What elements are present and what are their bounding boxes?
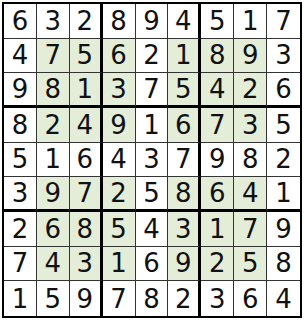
cell-r5c6: 7 bbox=[168, 143, 201, 178]
cell-r9c3: 9 bbox=[70, 281, 103, 316]
cell-r6c8: 4 bbox=[234, 177, 267, 212]
cell-r4c2: 2 bbox=[37, 108, 70, 143]
cell-r1c4: 8 bbox=[103, 4, 136, 39]
cell-r7c1: 2 bbox=[4, 212, 37, 247]
cell-r4c9: 5 bbox=[267, 108, 300, 143]
cell-r7c4: 5 bbox=[103, 212, 136, 247]
cell-r4c4: 9 bbox=[103, 108, 136, 143]
cell-r2c9: 3 bbox=[267, 39, 300, 74]
cell-r2c5: 2 bbox=[136, 39, 169, 74]
cell-r4c3: 4 bbox=[70, 108, 103, 143]
cell-r9c6: 2 bbox=[168, 281, 201, 316]
cell-r1c9: 7 bbox=[267, 4, 300, 39]
cell-r4c1: 8 bbox=[4, 108, 37, 143]
cell-r6c9: 1 bbox=[267, 177, 300, 212]
cell-r7c5: 4 bbox=[136, 212, 169, 247]
cell-r8c9: 8 bbox=[267, 247, 300, 282]
cell-r9c1: 1 bbox=[4, 281, 37, 316]
cell-r1c5: 9 bbox=[136, 4, 169, 39]
cell-r9c8: 6 bbox=[234, 281, 267, 316]
cell-r2c8: 9 bbox=[234, 39, 267, 74]
cell-r2c7: 8 bbox=[201, 39, 234, 74]
cell-r5c7: 9 bbox=[201, 143, 234, 178]
cell-r6c6: 8 bbox=[168, 177, 201, 212]
cell-r3c6: 5 bbox=[168, 73, 201, 108]
cell-r8c4: 1 bbox=[103, 247, 136, 282]
cell-r3c5: 7 bbox=[136, 73, 169, 108]
cell-r1c8: 1 bbox=[234, 4, 267, 39]
cell-r8c6: 9 bbox=[168, 247, 201, 282]
cell-r9c4: 7 bbox=[103, 281, 136, 316]
cell-r6c4: 2 bbox=[103, 177, 136, 212]
cell-r3c4: 3 bbox=[103, 73, 136, 108]
cell-r8c8: 5 bbox=[234, 247, 267, 282]
cell-r8c2: 4 bbox=[37, 247, 70, 282]
cell-r4c6: 6 bbox=[168, 108, 201, 143]
cell-r6c5: 5 bbox=[136, 177, 169, 212]
cell-r2c3: 5 bbox=[70, 39, 103, 74]
cell-r9c9: 4 bbox=[267, 281, 300, 316]
cell-r1c7: 5 bbox=[201, 4, 234, 39]
cell-r5c1: 5 bbox=[4, 143, 37, 178]
cell-r2c1: 4 bbox=[4, 39, 37, 74]
cell-r3c2: 8 bbox=[37, 73, 70, 108]
cell-r5c4: 4 bbox=[103, 143, 136, 178]
cell-r6c2: 9 bbox=[37, 177, 70, 212]
cell-r1c2: 3 bbox=[37, 4, 70, 39]
cell-r9c2: 5 bbox=[37, 281, 70, 316]
cell-r5c3: 6 bbox=[70, 143, 103, 178]
cell-r5c9: 2 bbox=[267, 143, 300, 178]
cell-r8c7: 2 bbox=[201, 247, 234, 282]
cell-r9c5: 8 bbox=[136, 281, 169, 316]
cell-r6c3: 7 bbox=[70, 177, 103, 212]
cell-r3c1: 9 bbox=[4, 73, 37, 108]
cell-r7c2: 6 bbox=[37, 212, 70, 247]
cell-r6c7: 6 bbox=[201, 177, 234, 212]
cell-r7c7: 1 bbox=[201, 212, 234, 247]
cell-r7c6: 3 bbox=[168, 212, 201, 247]
cell-r3c8: 2 bbox=[234, 73, 267, 108]
cell-r2c2: 7 bbox=[37, 39, 70, 74]
cell-r7c3: 8 bbox=[70, 212, 103, 247]
cell-r7c9: 9 bbox=[267, 212, 300, 247]
cell-r2c4: 6 bbox=[103, 39, 136, 74]
cell-r3c7: 4 bbox=[201, 73, 234, 108]
cell-r2c6: 1 bbox=[168, 39, 201, 74]
page-background: 6328945174756218939813754268249167355164… bbox=[0, 0, 304, 320]
sudoku-board: 6328945174756218939813754268249167355164… bbox=[2, 2, 302, 318]
cell-r8c5: 6 bbox=[136, 247, 169, 282]
cell-r5c8: 8 bbox=[234, 143, 267, 178]
cell-r3c3: 1 bbox=[70, 73, 103, 108]
cell-r7c8: 7 bbox=[234, 212, 267, 247]
cell-r4c8: 3 bbox=[234, 108, 267, 143]
cell-r1c1: 6 bbox=[4, 4, 37, 39]
cell-r5c5: 3 bbox=[136, 143, 169, 178]
cell-r4c5: 1 bbox=[136, 108, 169, 143]
cell-r5c2: 1 bbox=[37, 143, 70, 178]
cell-r3c9: 6 bbox=[267, 73, 300, 108]
cell-r4c7: 7 bbox=[201, 108, 234, 143]
cell-r1c3: 2 bbox=[70, 4, 103, 39]
cell-r1c6: 4 bbox=[168, 4, 201, 39]
cell-r9c7: 3 bbox=[201, 281, 234, 316]
cell-r6c1: 3 bbox=[4, 177, 37, 212]
cell-r8c3: 3 bbox=[70, 247, 103, 282]
cell-r8c1: 7 bbox=[4, 247, 37, 282]
